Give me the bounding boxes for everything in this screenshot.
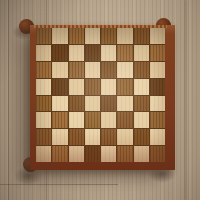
board-square[interactable] — [36, 146, 51, 162]
board-square[interactable] — [69, 129, 84, 145]
board-square[interactable] — [52, 146, 67, 162]
board-square[interactable] — [69, 62, 84, 78]
board-square[interactable] — [101, 112, 116, 128]
board-square[interactable] — [85, 45, 100, 61]
board-square[interactable] — [134, 28, 149, 44]
board-square[interactable] — [85, 62, 100, 78]
board-square[interactable] — [150, 45, 165, 61]
board-square[interactable] — [150, 112, 165, 128]
board-square[interactable] — [69, 112, 84, 128]
board-square[interactable] — [134, 146, 149, 162]
board-square[interactable] — [150, 96, 165, 112]
floor-plank-seam-left — [8, 0, 9, 200]
board-square[interactable] — [36, 79, 51, 95]
board-square[interactable] — [117, 62, 132, 78]
board-square[interactable] — [36, 62, 51, 78]
board-square[interactable] — [134, 62, 149, 78]
board-square[interactable] — [134, 129, 149, 145]
board-square[interactable] — [85, 28, 100, 44]
board-square[interactable] — [52, 96, 67, 112]
board-square[interactable] — [101, 96, 116, 112]
board-square[interactable] — [69, 146, 84, 162]
board-square[interactable] — [36, 28, 51, 44]
board-square[interactable] — [36, 96, 51, 112]
floor-grain-streak — [184, 0, 187, 200]
board-square[interactable] — [52, 45, 67, 61]
board-square[interactable] — [101, 129, 116, 145]
board-square[interactable] — [36, 45, 51, 61]
board-square[interactable] — [85, 79, 100, 95]
board-square[interactable] — [69, 45, 84, 61]
board-square[interactable] — [52, 62, 67, 78]
board-square[interactable] — [150, 146, 165, 162]
board-square[interactable] — [85, 96, 100, 112]
board-square[interactable] — [150, 129, 165, 145]
board-square[interactable] — [117, 28, 132, 44]
board-square[interactable] — [36, 129, 51, 145]
photo-scene — [0, 0, 200, 200]
board-square[interactable] — [117, 45, 132, 61]
board-square[interactable] — [69, 28, 84, 44]
board-square[interactable] — [101, 45, 116, 61]
checkerboard — [36, 28, 165, 162]
board-square[interactable] — [150, 28, 165, 44]
board-square[interactable] — [117, 112, 132, 128]
board-square[interactable] — [101, 62, 116, 78]
board-square[interactable] — [150, 79, 165, 95]
board-square[interactable] — [52, 129, 67, 145]
board-square[interactable] — [101, 146, 116, 162]
board-square[interactable] — [134, 79, 149, 95]
board-square[interactable] — [36, 112, 51, 128]
board-square[interactable] — [134, 96, 149, 112]
chess-board — [30, 25, 175, 170]
board-square[interactable] — [134, 45, 149, 61]
board-square[interactable] — [69, 79, 84, 95]
board-square[interactable] — [52, 28, 67, 44]
board-square[interactable] — [52, 79, 67, 95]
floor-plank-seam-bottom — [0, 184, 118, 185]
board-square[interactable] — [85, 129, 100, 145]
board-square[interactable] — [117, 129, 132, 145]
board-square[interactable] — [134, 112, 149, 128]
board-square[interactable] — [85, 146, 100, 162]
board-square[interactable] — [150, 62, 165, 78]
board-square[interactable] — [101, 79, 116, 95]
board-square[interactable] — [117, 146, 132, 162]
board-square[interactable] — [69, 96, 84, 112]
board-square[interactable] — [85, 112, 100, 128]
board-square[interactable] — [101, 28, 116, 44]
board-square[interactable] — [52, 112, 67, 128]
board-square[interactable] — [117, 96, 132, 112]
board-square[interactable] — [117, 79, 132, 95]
